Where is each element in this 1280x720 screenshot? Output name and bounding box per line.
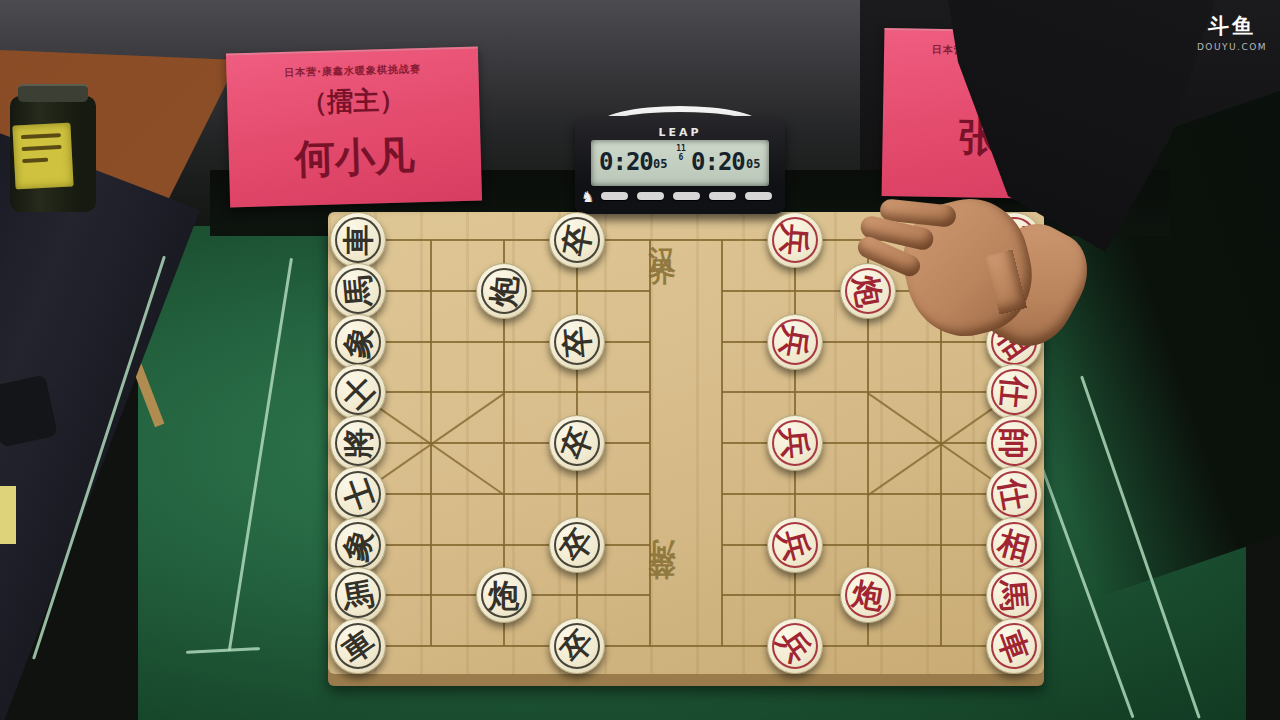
douyu-logo-cn: 斗鱼 — [1186, 12, 1278, 40]
piece-black-士[interactable]: 士 — [330, 364, 386, 420]
piece-glyph: 兵 — [764, 310, 827, 373]
piece-glyph: 仕 — [983, 462, 1046, 525]
piece-glyph: 炮 — [837, 564, 900, 627]
piece-red-炮[interactable]: 炮 — [840, 567, 896, 623]
piece-glyph: 將 — [331, 416, 385, 470]
grid-line — [722, 442, 1014, 444]
piece-glyph: 卒 — [539, 608, 615, 684]
grid-line — [358, 341, 650, 343]
right-time: 0:20 — [691, 148, 745, 176]
piece-red-兵[interactable]: 兵 — [767, 314, 823, 370]
piece-red-車[interactable]: 車 — [986, 618, 1042, 674]
piece-red-兵[interactable]: 兵 — [767, 415, 823, 471]
left-player-role: （擂主） — [227, 80, 480, 122]
knight-icon: ♞ — [581, 188, 594, 206]
chess-clock: LEAP 0:20 05 11 6 0:20 05 ♞ — [575, 104, 785, 214]
piece-red-相[interactable]: 相 — [986, 517, 1042, 573]
piece-black-卒[interactable]: 卒 — [549, 212, 605, 268]
clock-button-1[interactable] — [601, 192, 628, 200]
piece-glyph: 炮 — [475, 261, 534, 320]
piece-black-卒[interactable]: 卒 — [549, 517, 605, 573]
piece-red-兵[interactable]: 兵 — [767, 618, 823, 674]
piece-red-炮[interactable]: 炮 — [840, 263, 896, 319]
grid-line — [358, 645, 1014, 647]
piece-glyph: 馬 — [985, 566, 1044, 625]
piece-black-炮[interactable]: 炮 — [476, 567, 532, 623]
piece-black-將[interactable]: 將 — [330, 415, 386, 471]
piece-black-車[interactable]: 車 — [330, 618, 386, 674]
piece-glyph: 卒 — [542, 408, 611, 477]
left-player-name: 何小凡 — [228, 126, 481, 188]
piece-black-卒[interactable]: 卒 — [549, 314, 605, 370]
piece-black-車[interactable]: 車 — [330, 212, 386, 268]
piece-red-馬[interactable]: 馬 — [986, 567, 1042, 623]
piece-black-卒[interactable]: 卒 — [549, 618, 605, 674]
douyu-logo-en: DOUYU.COM — [1186, 42, 1278, 52]
piece-glyph: 兵 — [766, 211, 825, 270]
clock-button-2[interactable] — [637, 192, 664, 200]
piece-glyph: 兵 — [762, 511, 828, 577]
clock-button-3[interactable] — [673, 192, 700, 200]
piece-glyph: 炮 — [477, 568, 531, 622]
right-seconds: 05 — [746, 157, 760, 171]
piece-glyph: 帥 — [987, 416, 1041, 470]
move-indicator: 11 6 — [673, 145, 689, 163]
left-seconds: 05 — [653, 157, 667, 171]
yellow-object — [0, 486, 16, 544]
piece-glyph: 仕 — [985, 363, 1044, 422]
clock-button-5[interactable] — [745, 192, 772, 200]
piece-red-仕[interactable]: 仕 — [986, 364, 1042, 420]
stream-frame: 汉界 楚河 車馬象士將士象馬車炮炮卒卒卒卒卒車馬相仕帥仕相馬車炮炮兵兵兵兵兵 L… — [0, 0, 1280, 720]
name-card-left: 日本营·康鑫水暖象棋挑战赛 （擂主） 何小凡 — [226, 47, 482, 208]
piece-black-炮[interactable]: 炮 — [476, 263, 532, 319]
grid-line — [722, 341, 1014, 343]
piece-glyph: 卒 — [545, 209, 608, 272]
jar-label — [12, 123, 73, 190]
piece-red-兵[interactable]: 兵 — [767, 212, 823, 268]
clock-button-4[interactable] — [709, 192, 736, 200]
clock-lcd: 0:20 05 11 6 0:20 05 — [591, 140, 769, 186]
pickle-jar — [8, 84, 100, 214]
piece-glyph: 兵 — [758, 608, 833, 683]
jar-lid — [18, 84, 88, 102]
piece-glyph: 車 — [331, 213, 385, 267]
left-time: 0:20 — [599, 148, 653, 176]
piece-glyph: 卒 — [539, 507, 614, 582]
piece-glyph: 兵 — [766, 414, 825, 473]
douyu-watermark: 斗鱼 DOUYU.COM — [1186, 12, 1278, 52]
piece-black-卒[interactable]: 卒 — [549, 415, 605, 471]
tournament-title: 日本营·康鑫水暖象棋挑战赛 — [226, 61, 478, 82]
piece-glyph: 車 — [320, 608, 395, 683]
clock-brand: LEAP — [575, 126, 785, 139]
piece-red-兵[interactable]: 兵 — [767, 517, 823, 573]
piece-glyph: 卒 — [547, 312, 606, 371]
